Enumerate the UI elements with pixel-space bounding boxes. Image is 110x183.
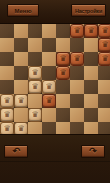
- crown-emblem: ♛: [17, 97, 24, 105]
- crown-emblem: ♛: [31, 111, 38, 119]
- white-piece[interactable]: ♛: [42, 80, 56, 94]
- square-r6c5[interactable]: [70, 108, 84, 122]
- square-r1c0[interactable]: [0, 38, 14, 52]
- square-r6c7[interactable]: [98, 108, 110, 122]
- square-r2c7[interactable]: ♛: [98, 52, 110, 66]
- square-r5c4[interactable]: [56, 94, 70, 108]
- crown-emblem: ♛: [101, 55, 108, 63]
- square-r6c0[interactable]: ♛: [0, 108, 14, 122]
- crown-emblem: ♛: [87, 27, 94, 35]
- square-r2c2[interactable]: [28, 52, 42, 66]
- square-r5c7[interactable]: [98, 94, 110, 108]
- square-r2c4[interactable]: ♛: [56, 52, 70, 66]
- red-piece[interactable]: ♛: [98, 38, 110, 52]
- square-r1c5[interactable]: [70, 38, 84, 52]
- red-piece[interactable]: ♛: [98, 52, 110, 66]
- square-r0c4[interactable]: [56, 24, 70, 38]
- crown-emblem: ♛: [3, 125, 10, 133]
- square-r6c4[interactable]: [56, 108, 70, 122]
- white-piece[interactable]: ♛: [14, 94, 28, 108]
- crown-emblem: ♛: [101, 27, 108, 35]
- redo-button[interactable]: ↷: [81, 145, 105, 158]
- crown-emblem: ♛: [17, 125, 24, 133]
- crown-emblem: ♛: [59, 69, 66, 77]
- top-toolbar: Меню Настройки: [0, 0, 110, 24]
- undo-button[interactable]: ↶: [4, 145, 28, 158]
- square-r4c6[interactable]: [84, 80, 98, 94]
- square-r0c1[interactable]: [14, 24, 28, 38]
- crown-emblem: ♛: [3, 111, 10, 119]
- square-r0c6[interactable]: ♛: [84, 24, 98, 38]
- square-r3c0[interactable]: [0, 66, 14, 80]
- square-r5c6[interactable]: [84, 94, 98, 108]
- menu-button[interactable]: Меню: [7, 4, 39, 17]
- square-r1c3[interactable]: [42, 38, 56, 52]
- crown-emblem: ♛: [45, 83, 52, 91]
- square-r6c1[interactable]: [14, 108, 28, 122]
- red-piece[interactable]: ♛: [98, 24, 110, 38]
- bottom-toolbar: ↶ ↷: [0, 134, 110, 183]
- square-r4c4[interactable]: [56, 80, 70, 94]
- settings-button-label: Настройки: [75, 8, 102, 14]
- crown-emblem: ♛: [101, 41, 108, 49]
- crown-emblem: ♛: [31, 69, 38, 77]
- crown-emblem: ♛: [31, 83, 38, 91]
- square-r3c7[interactable]: [98, 66, 110, 80]
- square-r1c4[interactable]: [56, 38, 70, 52]
- square-r6c3[interactable]: [42, 108, 56, 122]
- white-piece[interactable]: ♛: [28, 80, 42, 94]
- square-r4c1[interactable]: [14, 80, 28, 94]
- square-r3c3[interactable]: [42, 66, 56, 80]
- crown-emblem: ♛: [73, 55, 80, 63]
- square-r6c2[interactable]: ♛: [28, 108, 42, 122]
- red-piece[interactable]: ♛: [70, 24, 84, 38]
- white-piece[interactable]: ♛: [28, 108, 42, 122]
- crown-emblem: ♛: [3, 97, 10, 105]
- square-r0c3[interactable]: [42, 24, 56, 38]
- red-piece[interactable]: ♛: [56, 66, 70, 80]
- square-r0c2[interactable]: [28, 24, 42, 38]
- square-r5c1[interactable]: ♛: [14, 94, 28, 108]
- square-r3c2[interactable]: ♛: [28, 66, 42, 80]
- square-r2c1[interactable]: [14, 52, 28, 66]
- crown-emblem: ♛: [73, 27, 80, 35]
- crown-emblem: ♛: [59, 55, 66, 63]
- menu-button-label: Меню: [14, 8, 31, 14]
- square-r1c6[interactable]: [84, 38, 98, 52]
- undo-arrow-icon: ↶: [12, 146, 20, 156]
- square-r2c6[interactable]: [84, 52, 98, 66]
- square-r3c5[interactable]: [70, 66, 84, 80]
- square-r1c1[interactable]: [14, 38, 28, 52]
- red-piece[interactable]: ♛: [84, 24, 98, 38]
- square-r2c5[interactable]: ♛: [70, 52, 84, 66]
- square-r4c0[interactable]: [0, 80, 14, 94]
- square-r0c5[interactable]: ♛: [70, 24, 84, 38]
- square-r4c5[interactable]: [70, 80, 84, 94]
- app-screen: Меню Настройки ♛♛♛♛♛♛♛♛♛♛♛♛♛♛♛♛♛♛ ↶ ↷: [0, 0, 110, 183]
- redo-arrow-icon: ↷: [89, 146, 97, 156]
- square-r3c1[interactable]: [14, 66, 28, 80]
- square-r0c7[interactable]: ♛: [98, 24, 110, 38]
- red-piece[interactable]: ♛: [70, 52, 84, 66]
- square-r4c3[interactable]: ♛: [42, 80, 56, 94]
- square-r5c0[interactable]: ♛: [0, 94, 14, 108]
- square-r3c4[interactable]: ♛: [56, 66, 70, 80]
- white-piece[interactable]: ♛: [0, 94, 14, 108]
- red-piece[interactable]: ♛: [56, 52, 70, 66]
- square-r1c2[interactable]: [28, 38, 42, 52]
- board: ♛♛♛♛♛♛♛♛♛♛♛♛♛♛♛♛♛♛: [0, 24, 110, 134]
- square-r5c3[interactable]: ♛: [42, 94, 56, 108]
- square-r5c5[interactable]: [70, 94, 84, 108]
- square-r4c2[interactable]: ♛: [28, 80, 42, 94]
- white-piece[interactable]: ♛: [28, 66, 42, 80]
- settings-button[interactable]: Настройки: [71, 4, 106, 17]
- square-r0c0[interactable]: [0, 24, 14, 38]
- square-r2c3[interactable]: [42, 52, 56, 66]
- red-piece[interactable]: ♛: [42, 94, 56, 108]
- square-r2c0[interactable]: [0, 52, 14, 66]
- square-r3c6[interactable]: [84, 66, 98, 80]
- square-r4c7[interactable]: [98, 80, 110, 94]
- square-r1c7[interactable]: ♛: [98, 38, 110, 52]
- white-piece[interactable]: ♛: [0, 108, 14, 122]
- square-r5c2[interactable]: [28, 94, 42, 108]
- crown-emblem: ♛: [45, 97, 52, 105]
- square-r6c6[interactable]: [84, 108, 98, 122]
